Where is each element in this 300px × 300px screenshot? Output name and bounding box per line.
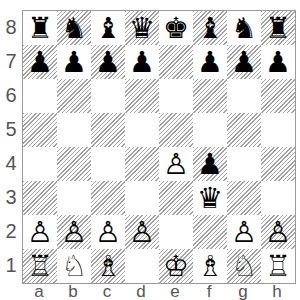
square-d5[interactable]: [125, 113, 159, 147]
square-b5[interactable]: [57, 113, 91, 147]
piece-black-rook: ♜: [23, 11, 57, 45]
piece-white-pawn: ♙: [261, 215, 295, 249]
square-d2[interactable]: ♙: [125, 215, 159, 249]
square-h2[interactable]: ♙: [261, 215, 295, 249]
square-a6[interactable]: [23, 79, 57, 113]
piece-black-pawn: ♟: [193, 45, 227, 79]
rank-label-7: 7: [0, 44, 22, 78]
file-label-g: g: [226, 283, 260, 300]
piece-white-knight: ♘: [57, 249, 91, 283]
square-c6[interactable]: [91, 79, 125, 113]
file-label-c: c: [90, 283, 124, 300]
square-a2[interactable]: ♙: [23, 215, 57, 249]
square-g7[interactable]: ♟: [227, 45, 261, 79]
piece-black-pawn: ♟: [57, 45, 91, 79]
square-b6[interactable]: [57, 79, 91, 113]
chess-board: ♜♞♝♛♚♝♞♜♟♟♟♟♟♟♟♙♟♛♙♙♙♙♙♙♖♘♗♔♗♘♖: [22, 10, 296, 284]
piece-white-pawn: ♙: [23, 215, 57, 249]
square-d8[interactable]: ♛: [125, 11, 159, 45]
square-b4[interactable]: [57, 147, 91, 181]
square-e6[interactable]: [159, 79, 193, 113]
piece-white-rook: ♖: [261, 249, 295, 283]
square-h5[interactable]: [261, 113, 295, 147]
rank-label-6: 6: [0, 78, 22, 112]
rank-label-8: 8: [0, 10, 22, 44]
piece-white-bishop: ♗: [193, 249, 227, 283]
rank-label-2: 2: [0, 214, 22, 248]
square-b3[interactable]: [57, 181, 91, 215]
file-label-f: f: [192, 283, 226, 300]
square-f4[interactable]: ♟: [193, 147, 227, 181]
piece-black-bishop: ♝: [91, 11, 125, 45]
piece-white-pawn: ♙: [91, 215, 125, 249]
rank-label-4: 4: [0, 146, 22, 180]
piece-black-pawn: ♟: [227, 45, 261, 79]
square-a4[interactable]: [23, 147, 57, 181]
square-h6[interactable]: [261, 79, 295, 113]
piece-white-pawn: ♙: [159, 147, 193, 181]
square-g3[interactable]: [227, 181, 261, 215]
piece-white-pawn: ♙: [57, 215, 91, 249]
square-d6[interactable]: [125, 79, 159, 113]
square-e5[interactable]: [159, 113, 193, 147]
square-d4[interactable]: [125, 147, 159, 181]
square-b2[interactable]: ♙: [57, 215, 91, 249]
square-g6[interactable]: [227, 79, 261, 113]
square-h4[interactable]: [261, 147, 295, 181]
piece-white-king: ♔: [159, 249, 193, 283]
square-h7[interactable]: ♟: [261, 45, 295, 79]
square-h1[interactable]: ♖: [261, 249, 295, 283]
piece-white-knight: ♘: [227, 249, 261, 283]
square-f2[interactable]: [193, 215, 227, 249]
square-d3[interactable]: [125, 181, 159, 215]
piece-white-rook: ♖: [23, 249, 57, 283]
square-a7[interactable]: ♟: [23, 45, 57, 79]
piece-black-pawn: ♟: [125, 45, 159, 79]
square-c3[interactable]: [91, 181, 125, 215]
square-a3[interactable]: [23, 181, 57, 215]
square-f7[interactable]: ♟: [193, 45, 227, 79]
square-e2[interactable]: [159, 215, 193, 249]
piece-black-knight: ♞: [57, 11, 91, 45]
square-g5[interactable]: [227, 113, 261, 147]
square-e1[interactable]: ♔: [159, 249, 193, 283]
square-a1[interactable]: ♖: [23, 249, 57, 283]
square-g2[interactable]: ♙: [227, 215, 261, 249]
piece-white-pawn: ♙: [125, 215, 159, 249]
square-e3[interactable]: [159, 181, 193, 215]
piece-black-pawn: ♟: [193, 147, 227, 181]
rank-label-5: 5: [0, 112, 22, 146]
square-a5[interactable]: [23, 113, 57, 147]
square-c4[interactable]: [91, 147, 125, 181]
square-c5[interactable]: [91, 113, 125, 147]
square-d7[interactable]: ♟: [125, 45, 159, 79]
square-f1[interactable]: ♗: [193, 249, 227, 283]
square-g1[interactable]: ♘: [227, 249, 261, 283]
file-label-h: h: [260, 283, 294, 300]
square-g4[interactable]: [227, 147, 261, 181]
square-b7[interactable]: ♟: [57, 45, 91, 79]
file-labels: abcdefgh: [22, 283, 294, 300]
rank-label-1: 1: [0, 248, 22, 282]
square-f8[interactable]: ♝: [193, 11, 227, 45]
square-a8[interactable]: ♜: [23, 11, 57, 45]
square-c2[interactable]: ♙: [91, 215, 125, 249]
square-e7[interactable]: [159, 45, 193, 79]
square-c8[interactable]: ♝: [91, 11, 125, 45]
piece-white-pawn: ♙: [227, 215, 261, 249]
piece-black-knight: ♞: [227, 11, 261, 45]
square-b8[interactable]: ♞: [57, 11, 91, 45]
rank-labels: 87654321: [0, 10, 22, 282]
piece-black-queen: ♛: [125, 11, 159, 45]
piece-black-king: ♚: [159, 11, 193, 45]
square-f5[interactable]: [193, 113, 227, 147]
file-label-e: e: [158, 283, 192, 300]
chess-diagram: 87654321 ♜♞♝♛♚♝♞♜♟♟♟♟♟♟♟♙♟♛♙♙♙♙♙♙♖♘♗♔♗♘♖…: [0, 0, 300, 300]
square-c7[interactable]: ♟: [91, 45, 125, 79]
file-label-b: b: [56, 283, 90, 300]
piece-black-pawn: ♟: [261, 45, 295, 79]
piece-black-pawn: ♟: [23, 45, 57, 79]
square-f3[interactable]: ♛: [193, 181, 227, 215]
rank-label-3: 3: [0, 180, 22, 214]
piece-white-bishop: ♗: [91, 249, 125, 283]
square-h8[interactable]: ♜: [261, 11, 295, 45]
square-c1[interactable]: ♗: [91, 249, 125, 283]
piece-black-queen: ♛: [193, 181, 227, 215]
square-e8[interactable]: ♚: [159, 11, 193, 45]
square-g8[interactable]: ♞: [227, 11, 261, 45]
square-h3[interactable]: [261, 181, 295, 215]
file-label-d: d: [124, 283, 158, 300]
piece-black-bishop: ♝: [193, 11, 227, 45]
square-b1[interactable]: ♘: [57, 249, 91, 283]
square-d1[interactable]: [125, 249, 159, 283]
file-label-a: a: [22, 283, 56, 300]
square-f6[interactable]: [193, 79, 227, 113]
piece-black-rook: ♜: [261, 11, 295, 45]
piece-black-pawn: ♟: [91, 45, 125, 79]
square-e4[interactable]: ♙: [159, 147, 193, 181]
